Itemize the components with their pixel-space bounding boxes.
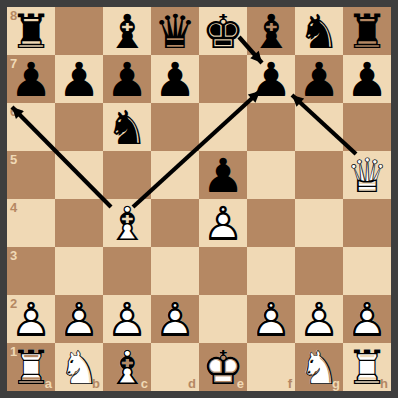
black-knight[interactable]: ♞ <box>103 103 151 151</box>
square-e5[interactable]: ♟ <box>199 151 247 199</box>
square-e8[interactable]: ♚ <box>199 7 247 55</box>
white-king[interactable]: ♚♔ <box>199 343 247 391</box>
black-rook[interactable]: ♜ <box>7 7 55 55</box>
square-f3[interactable] <box>247 247 295 295</box>
black-queen[interactable]: ♛ <box>151 7 199 55</box>
black-pawn[interactable]: ♟ <box>55 55 103 103</box>
white-rook[interactable]: ♜♖ <box>343 343 391 391</box>
black-pawn[interactable]: ♟ <box>295 55 343 103</box>
white-knight[interactable]: ♞♘ <box>55 343 103 391</box>
square-h6[interactable] <box>343 103 391 151</box>
square-b2[interactable]: ♟♙ <box>55 295 103 343</box>
square-b7[interactable]: ♟ <box>55 55 103 103</box>
square-c2[interactable]: ♟♙ <box>103 295 151 343</box>
square-g2[interactable]: ♟♙ <box>295 295 343 343</box>
square-e2[interactable] <box>199 295 247 343</box>
square-d7[interactable]: ♟ <box>151 55 199 103</box>
white-pawn[interactable]: ♟♙ <box>55 295 103 343</box>
white-knight[interactable]: ♞♘ <box>295 343 343 391</box>
square-a1[interactable]: ♜♖1a <box>7 343 55 391</box>
square-c6[interactable]: ♞ <box>103 103 151 151</box>
white-pawn[interactable]: ♟♙ <box>151 295 199 343</box>
black-knight[interactable]: ♞ <box>295 7 343 55</box>
black-pawn[interactable]: ♟ <box>199 151 247 199</box>
square-d3[interactable] <box>151 247 199 295</box>
black-pawn[interactable]: ♟ <box>343 55 391 103</box>
square-d6[interactable] <box>151 103 199 151</box>
white-pawn[interactable]: ♟♙ <box>103 295 151 343</box>
square-d4[interactable] <box>151 199 199 247</box>
square-a8[interactable]: ♜8 <box>7 7 55 55</box>
square-h1[interactable]: ♜♖h <box>343 343 391 391</box>
square-e1[interactable]: ♚♔e <box>199 343 247 391</box>
square-h5[interactable]: ♛♕ <box>343 151 391 199</box>
square-e6[interactable] <box>199 103 247 151</box>
square-g4[interactable] <box>295 199 343 247</box>
square-e4[interactable]: ♟♙ <box>199 199 247 247</box>
square-f7[interactable]: ♟ <box>247 55 295 103</box>
black-king[interactable]: ♚ <box>199 7 247 55</box>
square-b1[interactable]: ♞♘b <box>55 343 103 391</box>
black-rook[interactable]: ♜ <box>343 7 391 55</box>
square-c7[interactable]: ♟ <box>103 55 151 103</box>
rank-label-5: 5 <box>10 152 17 167</box>
white-pawn[interactable]: ♟♙ <box>7 295 55 343</box>
rank-label-3: 3 <box>10 248 17 263</box>
square-a5[interactable]: 5 <box>7 151 55 199</box>
square-h8[interactable]: ♜ <box>343 7 391 55</box>
chess-diagram: ♜8♝♛♚♝♞♜♟7♟♟♟♟♟♟6♞5♟♛♕4♝♗♟♙3♟♙2♟♙♟♙♟♙♟♙♟… <box>0 0 398 398</box>
white-rook[interactable]: ♜♖ <box>7 343 55 391</box>
file-label-f: f <box>288 376 292 391</box>
square-d8[interactable]: ♛ <box>151 7 199 55</box>
square-e3[interactable] <box>199 247 247 295</box>
square-a6[interactable]: 6 <box>7 103 55 151</box>
square-a3[interactable]: 3 <box>7 247 55 295</box>
white-bishop[interactable]: ♝♗ <box>103 343 151 391</box>
square-b6[interactable] <box>55 103 103 151</box>
square-h3[interactable] <box>343 247 391 295</box>
square-c5[interactable] <box>103 151 151 199</box>
square-b3[interactable] <box>55 247 103 295</box>
square-h2[interactable]: ♟♙ <box>343 295 391 343</box>
square-d2[interactable]: ♟♙ <box>151 295 199 343</box>
white-pawn[interactable]: ♟♙ <box>343 295 391 343</box>
square-g1[interactable]: ♞♘g <box>295 343 343 391</box>
square-a2[interactable]: ♟♙2 <box>7 295 55 343</box>
square-g8[interactable]: ♞ <box>295 7 343 55</box>
black-bishop[interactable]: ♝ <box>103 7 151 55</box>
square-g3[interactable] <box>295 247 343 295</box>
square-a7[interactable]: ♟7 <box>7 55 55 103</box>
rank-label-6: 6 <box>10 104 17 119</box>
square-b8[interactable] <box>55 7 103 55</box>
square-g6[interactable] <box>295 103 343 151</box>
square-a4[interactable]: 4 <box>7 199 55 247</box>
file-label-d: d <box>188 376 196 391</box>
white-queen[interactable]: ♛♕ <box>343 151 391 199</box>
white-bishop[interactable]: ♝♗ <box>103 199 151 247</box>
square-f1[interactable]: f <box>247 343 295 391</box>
black-pawn[interactable]: ♟ <box>151 55 199 103</box>
white-pawn[interactable]: ♟♙ <box>199 199 247 247</box>
square-d5[interactable] <box>151 151 199 199</box>
square-h4[interactable] <box>343 199 391 247</box>
chess-board: ♜8♝♛♚♝♞♜♟7♟♟♟♟♟♟6♞5♟♛♕4♝♗♟♙3♟♙2♟♙♟♙♟♙♟♙♟… <box>7 7 391 391</box>
square-f4[interactable] <box>247 199 295 247</box>
square-g5[interactable] <box>295 151 343 199</box>
square-c8[interactable]: ♝ <box>103 7 151 55</box>
square-d1[interactable]: d <box>151 343 199 391</box>
square-c3[interactable] <box>103 247 151 295</box>
white-pawn[interactable]: ♟♙ <box>247 295 295 343</box>
square-h7[interactable]: ♟ <box>343 55 391 103</box>
white-pawn[interactable]: ♟♙ <box>295 295 343 343</box>
rank-label-4: 4 <box>10 200 17 215</box>
square-g7[interactable]: ♟ <box>295 55 343 103</box>
square-b5[interactable] <box>55 151 103 199</box>
black-pawn[interactable]: ♟ <box>247 55 295 103</box>
square-f6[interactable] <box>247 103 295 151</box>
square-f2[interactable]: ♟♙ <box>247 295 295 343</box>
square-e7[interactable] <box>199 55 247 103</box>
black-pawn[interactable]: ♟ <box>103 55 151 103</box>
black-pawn[interactable]: ♟ <box>7 55 55 103</box>
square-c1[interactable]: ♝♗c <box>103 343 151 391</box>
square-c4[interactable]: ♝♗ <box>103 199 151 247</box>
square-f5[interactable] <box>247 151 295 199</box>
black-bishop[interactable]: ♝ <box>247 7 295 55</box>
square-f8[interactable]: ♝ <box>247 7 295 55</box>
square-b4[interactable] <box>55 199 103 247</box>
